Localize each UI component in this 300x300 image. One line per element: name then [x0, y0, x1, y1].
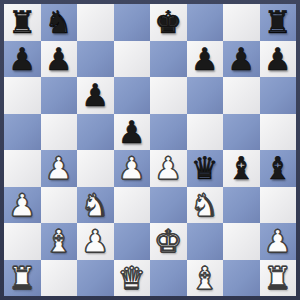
square-a6[interactable]	[4, 77, 41, 114]
square-f2[interactable]	[187, 223, 224, 260]
square-h2[interactable]: ♟	[260, 223, 297, 260]
square-b3[interactable]	[41, 187, 78, 224]
black-pawn-b7[interactable]: ♟	[45, 41, 73, 78]
square-a1[interactable]: ♜	[4, 260, 41, 297]
square-b5[interactable]	[41, 114, 78, 151]
square-e7[interactable]	[150, 41, 187, 78]
black-pawn-f7[interactable]: ♟	[191, 41, 219, 78]
square-g7[interactable]: ♟	[223, 41, 260, 78]
square-c1[interactable]	[77, 260, 114, 297]
square-b6[interactable]	[41, 77, 78, 114]
white-rook-h1[interactable]: ♜	[264, 260, 292, 297]
square-a7[interactable]: ♟	[4, 41, 41, 78]
white-pawn-d4[interactable]: ♟	[118, 150, 146, 187]
square-g3[interactable]	[223, 187, 260, 224]
white-king-e2[interactable]: ♚	[154, 223, 182, 260]
square-f7[interactable]: ♟	[187, 41, 224, 78]
square-f5[interactable]	[187, 114, 224, 151]
square-h8[interactable]: ♜	[260, 4, 297, 41]
square-b4[interactable]: ♟	[41, 150, 78, 187]
chess-board: ♜♞♚♜♟♟♟♟♟♟♟♟♟♟♛♝♝♟♞♞♝♟♚♟♜♛♝♜	[4, 4, 296, 296]
white-pawn-h2[interactable]: ♟	[264, 223, 292, 260]
square-d4[interactable]: ♟	[114, 150, 151, 187]
square-f1[interactable]: ♝	[187, 260, 224, 297]
square-d2[interactable]	[114, 223, 151, 260]
black-knight-b8[interactable]: ♞	[45, 4, 73, 41]
black-king-e8[interactable]: ♚	[154, 4, 182, 41]
square-c2[interactable]: ♟	[77, 223, 114, 260]
white-rook-a1[interactable]: ♜	[8, 260, 36, 297]
square-b2[interactable]: ♝	[41, 223, 78, 260]
square-g4[interactable]: ♝	[223, 150, 260, 187]
square-d6[interactable]	[114, 77, 151, 114]
black-rook-h8[interactable]: ♜	[264, 4, 292, 41]
square-c5[interactable]	[77, 114, 114, 151]
square-b7[interactable]: ♟	[41, 41, 78, 78]
square-c6[interactable]: ♟	[77, 77, 114, 114]
square-a8[interactable]: ♜	[4, 4, 41, 41]
square-e2[interactable]: ♚	[150, 223, 187, 260]
square-h4[interactable]: ♝	[260, 150, 297, 187]
black-pawn-g7[interactable]: ♟	[227, 41, 255, 78]
square-g6[interactable]	[223, 77, 260, 114]
square-b8[interactable]: ♞	[41, 4, 78, 41]
white-pawn-b4[interactable]: ♟	[45, 150, 73, 187]
square-d7[interactable]	[114, 41, 151, 78]
square-g5[interactable]	[223, 114, 260, 151]
black-bishop-g4[interactable]: ♝	[227, 150, 255, 187]
board-frame: ♜♞♚♜♟♟♟♟♟♟♟♟♟♟♛♝♝♟♞♞♝♟♚♟♜♛♝♜	[0, 0, 300, 300]
black-queen-f4[interactable]: ♛	[191, 150, 219, 187]
square-c3[interactable]: ♞	[77, 187, 114, 224]
square-h5[interactable]	[260, 114, 297, 151]
square-c8[interactable]	[77, 4, 114, 41]
square-e4[interactable]: ♟	[150, 150, 187, 187]
square-h7[interactable]: ♟	[260, 41, 297, 78]
white-pawn-a3[interactable]: ♟	[8, 187, 36, 224]
square-c4[interactable]	[77, 150, 114, 187]
square-a4[interactable]	[4, 150, 41, 187]
black-bishop-h4[interactable]: ♝	[264, 150, 292, 187]
white-bishop-b2[interactable]: ♝	[45, 223, 73, 260]
square-e8[interactable]: ♚	[150, 4, 187, 41]
square-e6[interactable]	[150, 77, 187, 114]
black-pawn-a7[interactable]: ♟	[8, 41, 36, 78]
square-d5[interactable]: ♟	[114, 114, 151, 151]
square-h1[interactable]: ♜	[260, 260, 297, 297]
square-g2[interactable]	[223, 223, 260, 260]
square-a2[interactable]	[4, 223, 41, 260]
square-f3[interactable]: ♞	[187, 187, 224, 224]
square-g8[interactable]	[223, 4, 260, 41]
square-a5[interactable]	[4, 114, 41, 151]
square-e3[interactable]	[150, 187, 187, 224]
square-b1[interactable]	[41, 260, 78, 297]
square-h3[interactable]	[260, 187, 297, 224]
black-pawn-d5[interactable]: ♟	[118, 114, 146, 151]
square-f4[interactable]: ♛	[187, 150, 224, 187]
square-f8[interactable]	[187, 4, 224, 41]
white-bishop-f1[interactable]: ♝	[191, 260, 219, 297]
square-h6[interactable]	[260, 77, 297, 114]
square-e5[interactable]	[150, 114, 187, 151]
black-pawn-c6[interactable]: ♟	[81, 77, 109, 114]
black-pawn-h7[interactable]: ♟	[264, 41, 292, 78]
square-e1[interactable]	[150, 260, 187, 297]
black-rook-a8[interactable]: ♜	[8, 4, 36, 41]
square-d8[interactable]	[114, 4, 151, 41]
white-pawn-e4[interactable]: ♟	[154, 150, 182, 187]
square-a3[interactable]: ♟	[4, 187, 41, 224]
white-knight-c3[interactable]: ♞	[81, 187, 109, 224]
square-f6[interactable]	[187, 77, 224, 114]
white-knight-f3[interactable]: ♞	[191, 187, 219, 224]
square-d3[interactable]	[114, 187, 151, 224]
white-queen-d1[interactable]: ♛	[118, 260, 146, 297]
square-d1[interactable]: ♛	[114, 260, 151, 297]
square-g1[interactable]	[223, 260, 260, 297]
square-c7[interactable]	[77, 41, 114, 78]
white-pawn-c2[interactable]: ♟	[81, 223, 109, 260]
